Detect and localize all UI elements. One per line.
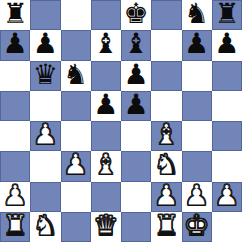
piece-black-bishop[interactable]: ♝	[93, 30, 118, 58]
piece-black-king[interactable]: ♚	[124, 0, 149, 28]
square-b2[interactable]	[30, 182, 60, 212]
square-e7[interactable]: ♝	[121, 30, 151, 60]
square-b6[interactable]: ♛	[30, 61, 60, 91]
piece-black-pawn[interactable]: ♟	[124, 61, 149, 89]
square-h6[interactable]	[212, 61, 242, 91]
piece-white-knight[interactable]: ♞	[154, 151, 179, 179]
square-e8[interactable]: ♚	[121, 0, 151, 30]
piece-black-knight[interactable]: ♞	[184, 0, 209, 28]
square-d5[interactable]: ♟	[91, 91, 121, 121]
piece-black-rook[interactable]: ♜	[214, 0, 239, 28]
piece-black-pawn[interactable]: ♟	[33, 30, 58, 58]
square-c6[interactable]: ♞	[61, 61, 91, 91]
square-a4[interactable]	[0, 121, 30, 151]
square-f8[interactable]	[151, 0, 181, 30]
square-f5[interactable]	[151, 91, 181, 121]
square-e4[interactable]	[121, 121, 151, 151]
square-a2[interactable]: ♟	[0, 182, 30, 212]
square-g2[interactable]: ♟	[182, 182, 212, 212]
piece-white-pawn[interactable]: ♟	[3, 182, 28, 210]
piece-white-pawn[interactable]: ♟	[33, 121, 58, 149]
square-c8[interactable]	[61, 0, 91, 30]
square-d3[interactable]: ♝	[91, 151, 121, 181]
piece-white-pawn[interactable]: ♟	[214, 182, 239, 210]
square-h4[interactable]	[212, 121, 242, 151]
square-d2[interactable]	[91, 182, 121, 212]
piece-white-bishop[interactable]: ♝	[93, 151, 118, 179]
piece-black-pawn[interactable]: ♟	[124, 91, 149, 119]
piece-white-queen[interactable]: ♛	[93, 212, 118, 240]
square-b8[interactable]	[30, 0, 60, 30]
square-e1[interactable]	[121, 212, 151, 242]
square-b4[interactable]: ♟	[30, 121, 60, 151]
square-c2[interactable]	[61, 182, 91, 212]
square-g5[interactable]	[182, 91, 212, 121]
square-a3[interactable]	[0, 151, 30, 181]
piece-white-pawn[interactable]: ♟	[184, 182, 209, 210]
piece-white-rook[interactable]: ♜	[154, 212, 179, 240]
square-e2[interactable]	[121, 182, 151, 212]
piece-black-pawn[interactable]: ♟	[3, 30, 28, 58]
square-a1[interactable]: ♜	[0, 212, 30, 242]
square-g7[interactable]: ♟	[182, 30, 212, 60]
square-b7[interactable]: ♟	[30, 30, 60, 60]
square-f1[interactable]: ♜	[151, 212, 181, 242]
piece-black-pawn[interactable]: ♟	[214, 30, 239, 58]
square-c4[interactable]	[61, 121, 91, 151]
square-g3[interactable]	[182, 151, 212, 181]
square-a8[interactable]: ♜	[0, 0, 30, 30]
square-g8[interactable]: ♞	[182, 0, 212, 30]
piece-black-rook[interactable]: ♜	[3, 0, 28, 28]
piece-black-bishop[interactable]: ♝	[124, 30, 149, 58]
square-h1[interactable]	[212, 212, 242, 242]
square-c5[interactable]	[61, 91, 91, 121]
square-f3[interactable]: ♞	[151, 151, 181, 181]
square-b3[interactable]	[30, 151, 60, 181]
square-d8[interactable]	[91, 0, 121, 30]
square-e3[interactable]	[121, 151, 151, 181]
square-d4[interactable]	[91, 121, 121, 151]
square-e6[interactable]: ♟	[121, 61, 151, 91]
piece-black-pawn[interactable]: ♟	[93, 91, 118, 119]
square-c3[interactable]: ♟	[61, 151, 91, 181]
square-d1[interactable]: ♛	[91, 212, 121, 242]
square-a5[interactable]	[0, 91, 30, 121]
square-f4[interactable]: ♝	[151, 121, 181, 151]
piece-black-knight[interactable]: ♞	[63, 61, 88, 89]
square-b1[interactable]: ♞	[30, 212, 60, 242]
square-h5[interactable]	[212, 91, 242, 121]
square-f6[interactable]	[151, 61, 181, 91]
piece-white-bishop[interactable]: ♝	[154, 121, 179, 149]
square-h8[interactable]: ♜	[212, 0, 242, 30]
piece-white-knight[interactable]: ♞	[33, 212, 58, 240]
square-d6[interactable]	[91, 61, 121, 91]
square-e5[interactable]: ♟	[121, 91, 151, 121]
square-h3[interactable]	[212, 151, 242, 181]
piece-black-queen[interactable]: ♛	[33, 61, 58, 89]
piece-white-pawn[interactable]: ♟	[154, 182, 179, 210]
square-c1[interactable]	[61, 212, 91, 242]
piece-white-rook[interactable]: ♜	[3, 212, 28, 240]
square-g4[interactable]	[182, 121, 212, 151]
square-g1[interactable]: ♚	[182, 212, 212, 242]
piece-black-pawn[interactable]: ♟	[184, 30, 209, 58]
square-f7[interactable]	[151, 30, 181, 60]
square-d7[interactable]: ♝	[91, 30, 121, 60]
chess-board: ♜♚♞♜♟♟♝♝♟♟♛♞♟♟♟♟♝♟♝♞♟♟♟♟♜♞♛♜♚	[0, 0, 242, 242]
piece-white-king[interactable]: ♚	[184, 212, 209, 240]
square-f2[interactable]: ♟	[151, 182, 181, 212]
square-h2[interactable]: ♟	[212, 182, 242, 212]
square-a6[interactable]	[0, 61, 30, 91]
piece-white-pawn[interactable]: ♟	[63, 151, 88, 179]
square-b5[interactable]	[30, 91, 60, 121]
square-c7[interactable]	[61, 30, 91, 60]
square-g6[interactable]	[182, 61, 212, 91]
square-a7[interactable]: ♟	[0, 30, 30, 60]
square-h7[interactable]: ♟	[212, 30, 242, 60]
